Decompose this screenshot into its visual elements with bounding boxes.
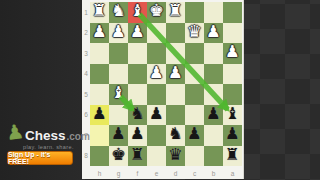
rank-label-5: 5 [82,84,90,105]
chesscom-pawn-icon: ♟ [5,121,26,143]
square-g5: ♝ [109,84,128,105]
rank-label-8: 8 [82,146,90,167]
square-a8: ♜ [223,146,242,167]
square-g4 [109,64,128,85]
square-b2: ♟ [204,23,223,44]
square-d3 [166,43,185,64]
piece-white-king: ♚ [147,1,166,22]
file-label-d: d [166,167,185,179]
square-f2: ♟ [128,23,147,44]
square-f7: ♟ [128,125,147,146]
square-b4 [204,64,223,85]
square-c5 [185,84,204,105]
square-b5 [204,84,223,105]
piece-black-king: ♚ [109,145,128,166]
square-a4 [223,64,242,85]
piece-white-pawn: ♟ [166,63,185,84]
piece-black-rook: ♜ [223,145,242,166]
square-d1: ♜ [166,2,185,23]
piece-black-pawn: ♟ [90,104,109,125]
piece-white-queen: ♛ [185,22,204,43]
square-g7: ♟ [109,125,128,146]
square-h7 [90,125,109,146]
square-a7: ♟ [223,125,242,146]
file-label-g: g [109,167,128,179]
rank-label-6: 6 [82,105,90,126]
file-label-h: h [90,167,109,179]
square-h5 [90,84,109,105]
square-f8: ♜ [128,146,147,167]
file-label-f: f [128,167,147,179]
square-c7: ♟ [185,125,204,146]
square-c6 [185,105,204,126]
square-a2 [223,23,242,44]
piece-white-pawn: ♟ [204,22,223,43]
square-a3: ♟ [223,43,242,64]
piece-black-pawn: ♟ [185,124,204,145]
square-b1 [204,2,223,23]
rank-label-1: 1 [82,2,90,23]
square-a5 [223,84,242,105]
square-g6 [109,105,128,126]
square-e8 [147,146,166,167]
square-g2: ♟ [109,23,128,44]
piece-black-pawn: ♟ [128,124,147,145]
square-b3 [204,43,223,64]
piece-white-knight: ♞ [109,1,128,22]
file-labels: hgfedcba [90,167,242,179]
square-e7 [147,125,166,146]
square-h8 [90,146,109,167]
piece-white-pawn: ♟ [223,42,242,63]
piece-black-bishop: ♝ [223,104,242,125]
square-c3 [185,43,204,64]
rank-label-4: 4 [82,64,90,85]
piece-white-pawn: ♟ [128,22,147,43]
sign-up-button[interactable]: Sign Up - it's FREE! [7,151,73,165]
square-f5 [128,84,147,105]
square-d5 [166,84,185,105]
brand-tagline: play. learn. share. [23,144,80,150]
square-d6 [166,105,185,126]
piece-black-queen: ♛ [166,145,185,166]
square-c8 [185,146,204,167]
square-d7: ♞ [166,125,185,146]
square-d2 [166,23,185,44]
rank-label-2: 2 [82,23,90,44]
square-e3 [147,43,166,64]
piece-white-pawn: ♟ [90,22,109,43]
square-e2 [147,23,166,44]
chess-board-frame: 12345678 ♜♞♝♚♜♟♟♟♛♟♟♟♟♝♟♞♟♟♝♟♟♞♟♟♚♜♛♜ hg… [82,0,244,179]
square-b6: ♟ [204,105,223,126]
piece-black-pawn: ♟ [204,104,223,125]
square-f6: ♞ [128,105,147,126]
piece-black-pawn: ♟ [147,104,166,125]
piece-black-pawn: ♟ [223,124,242,145]
file-label-c: c [185,167,204,179]
square-e6: ♟ [147,105,166,126]
square-e4: ♟ [147,64,166,85]
square-d8: ♛ [166,146,185,167]
square-h3 [90,43,109,64]
piece-black-pawn: ♟ [109,124,128,145]
piece-black-knight: ♞ [128,104,147,125]
rank-label-3: 3 [82,43,90,64]
piece-white-pawn: ♟ [147,63,166,84]
square-g3 [109,43,128,64]
piece-white-rook: ♜ [90,1,109,22]
square-e5 [147,84,166,105]
square-h4 [90,64,109,85]
square-f1: ♝ [128,2,147,23]
square-c4 [185,64,204,85]
square-a6: ♝ [223,105,242,126]
square-f3 [128,43,147,64]
piece-black-rook: ♜ [128,145,147,166]
piece-white-rook: ♜ [166,1,185,22]
square-b7 [204,125,223,146]
square-b8 [204,146,223,167]
chesscom-logo: ♟ Chess .com play. learn. share. [6,122,80,150]
square-a1 [223,2,242,23]
file-label-a: a [223,167,242,179]
piece-white-bishop: ♝ [128,1,147,22]
square-c2: ♛ [185,23,204,44]
square-h6: ♟ [90,105,109,126]
square-d4: ♟ [166,64,185,85]
brand-suffix: .com [66,132,89,142]
square-f4 [128,64,147,85]
piece-white-bishop: ♝ [109,83,128,104]
brand-name: Chess [25,129,66,143]
piece-white-pawn: ♟ [109,22,128,43]
file-label-e: e [147,167,166,179]
square-h1: ♜ [90,2,109,23]
square-c1 [185,2,204,23]
chess-board: ♜♞♝♚♜♟♟♟♛♟♟♟♟♝♟♞♟♟♝♟♟♞♟♟♚♜♛♜ [90,2,242,166]
file-label-b: b [204,167,223,179]
square-e1: ♚ [147,2,166,23]
video-frame: 12345678 ♜♞♝♚♜♟♟♟♛♟♟♟♟♝♟♞♟♟♝♟♟♞♟♟♚♜♛♜ hg… [0,0,320,180]
square-g1: ♞ [109,2,128,23]
square-h2: ♟ [90,23,109,44]
piece-black-knight: ♞ [166,124,185,145]
square-g8: ♚ [109,146,128,167]
